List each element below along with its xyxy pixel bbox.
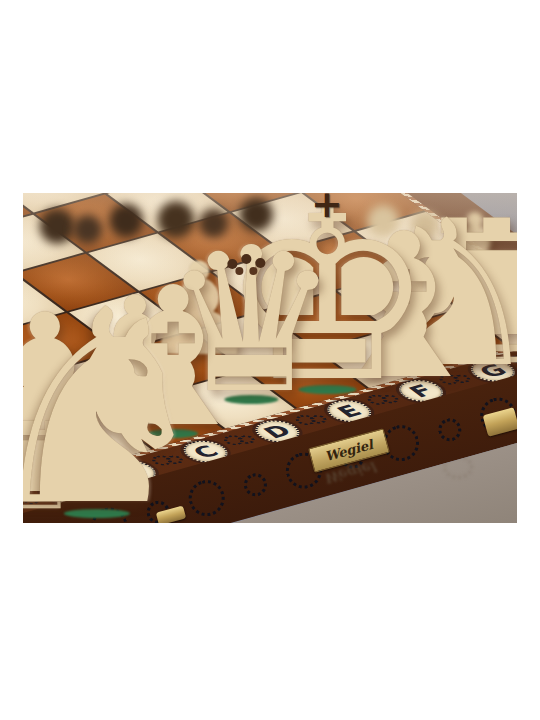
blurred-black-piece: ● [107, 195, 145, 239]
piece-glyph: ♞ [23, 274, 217, 523]
piece-white-knight-b1: ♞ [23, 274, 217, 515]
front-scroll-ornament [241, 470, 269, 498]
blurred-black-piece: ● [71, 207, 104, 245]
product-photo: ABCDEFGH ●●●●●●●● Wegiel Wegiel ♜♟♞♝♟♛♟♚… [23, 193, 517, 523]
page: { "game": "chess", "scene": "Product pho… [0, 0, 540, 720]
